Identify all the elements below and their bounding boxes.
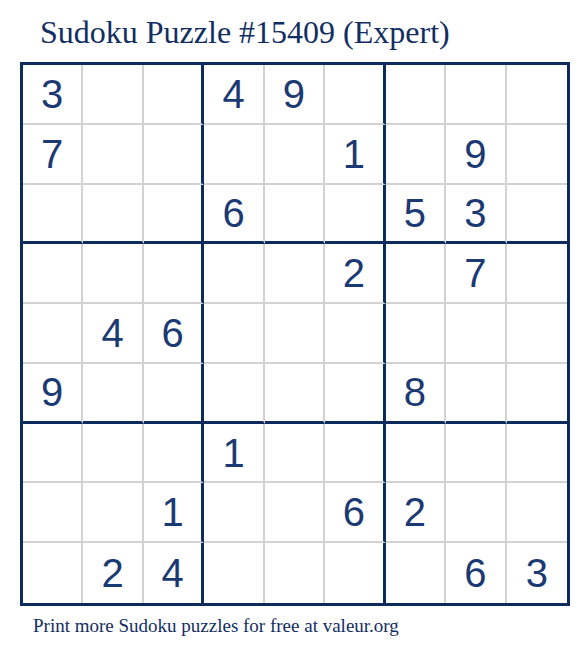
cell-r6c9[interactable] (507, 364, 567, 424)
cell-r7c8[interactable] (446, 424, 506, 484)
cell-r6c3[interactable] (144, 364, 204, 424)
cell-r4c7[interactable] (386, 244, 446, 304)
sudoku-board: 34971965327469811622463 (20, 62, 570, 606)
cell-r9c9-given[interactable]: 3 (507, 543, 567, 603)
cell-r1c2[interactable] (83, 65, 143, 125)
cell-r8c1[interactable] (23, 483, 83, 543)
cell-r2c3[interactable] (144, 125, 204, 185)
cell-r3c8-given[interactable]: 3 (446, 185, 506, 245)
cell-r3c4-given[interactable]: 6 (204, 185, 264, 245)
cell-r4c9[interactable] (507, 244, 567, 304)
cell-r9c4[interactable] (204, 543, 264, 603)
cell-r1c9[interactable] (507, 65, 567, 125)
cell-r7c5[interactable] (265, 424, 325, 484)
cell-r2c2[interactable] (83, 125, 143, 185)
cell-r1c6[interactable] (325, 65, 385, 125)
cell-r3c3[interactable] (144, 185, 204, 245)
cell-r3c2[interactable] (83, 185, 143, 245)
cell-r6c7-given[interactable]: 8 (386, 364, 446, 424)
cell-r9c6[interactable] (325, 543, 385, 603)
cell-r1c7[interactable] (386, 65, 446, 125)
cell-r6c2[interactable] (83, 364, 143, 424)
cell-r4c5[interactable] (265, 244, 325, 304)
cell-r9c7[interactable] (386, 543, 446, 603)
cell-r5c6[interactable] (325, 304, 385, 364)
cell-r2c6-given[interactable]: 1 (325, 125, 385, 185)
cell-r7c2[interactable] (83, 424, 143, 484)
page: Sudoku Puzzle #15409 (Expert) 3497196532… (0, 0, 580, 651)
cell-r4c6-given[interactable]: 2 (325, 244, 385, 304)
cell-r9c3-given[interactable]: 4 (144, 543, 204, 603)
cell-r9c5[interactable] (265, 543, 325, 603)
cell-r7c7[interactable] (386, 424, 446, 484)
cell-r8c8[interactable] (446, 483, 506, 543)
cell-r2c9[interactable] (507, 125, 567, 185)
cell-r6c8[interactable] (446, 364, 506, 424)
cell-r2c4[interactable] (204, 125, 264, 185)
cell-r8c9[interactable] (507, 483, 567, 543)
cell-r1c5-given[interactable]: 9 (265, 65, 325, 125)
cell-r5c8[interactable] (446, 304, 506, 364)
cell-r1c1-given[interactable]: 3 (23, 65, 83, 125)
cell-r5c7[interactable] (386, 304, 446, 364)
cell-r7c6[interactable] (325, 424, 385, 484)
cell-r6c4[interactable] (204, 364, 264, 424)
cell-r4c4[interactable] (204, 244, 264, 304)
cell-r8c2[interactable] (83, 483, 143, 543)
cell-r3c7-given[interactable]: 5 (386, 185, 446, 245)
cell-r5c3-given[interactable]: 6 (144, 304, 204, 364)
cell-r9c1[interactable] (23, 543, 83, 603)
cell-r2c7[interactable] (386, 125, 446, 185)
cell-r7c3[interactable] (144, 424, 204, 484)
page-title: Sudoku Puzzle #15409 (Expert) (40, 13, 450, 51)
cell-r5c1[interactable] (23, 304, 83, 364)
cell-r1c8[interactable] (446, 65, 506, 125)
cell-r2c1-given[interactable]: 7 (23, 125, 83, 185)
cell-r3c1[interactable] (23, 185, 83, 245)
cell-r3c6[interactable] (325, 185, 385, 245)
cell-r6c1-given[interactable]: 9 (23, 364, 83, 424)
cell-r3c5[interactable] (265, 185, 325, 245)
cell-r5c2-given[interactable]: 4 (83, 304, 143, 364)
cell-r5c4[interactable] (204, 304, 264, 364)
cell-r8c4[interactable] (204, 483, 264, 543)
cell-r5c5[interactable] (265, 304, 325, 364)
cell-r8c3-given[interactable]: 1 (144, 483, 204, 543)
cell-r8c7-given[interactable]: 2 (386, 483, 446, 543)
cell-r8c5[interactable] (265, 483, 325, 543)
cell-r2c8-given[interactable]: 9 (446, 125, 506, 185)
cell-r4c8-given[interactable]: 7 (446, 244, 506, 304)
cell-r7c9[interactable] (507, 424, 567, 484)
cell-r4c2[interactable] (83, 244, 143, 304)
cell-r2c5[interactable] (265, 125, 325, 185)
cell-r1c3[interactable] (144, 65, 204, 125)
footer-text: Print more Sudoku puzzles for free at va… (33, 613, 399, 639)
cell-r1c4-given[interactable]: 4 (204, 65, 264, 125)
cell-r6c6[interactable] (325, 364, 385, 424)
cell-r9c8-given[interactable]: 6 (446, 543, 506, 603)
cell-r7c4-given[interactable]: 1 (204, 424, 264, 484)
cell-r9c2-given[interactable]: 2 (83, 543, 143, 603)
cell-r3c9[interactable] (507, 185, 567, 245)
cell-r6c5[interactable] (265, 364, 325, 424)
cell-r7c1[interactable] (23, 424, 83, 484)
cell-r4c3[interactable] (144, 244, 204, 304)
cell-r5c9[interactable] (507, 304, 567, 364)
cell-r4c1[interactable] (23, 244, 83, 304)
cell-r8c6-given[interactable]: 6 (325, 483, 385, 543)
